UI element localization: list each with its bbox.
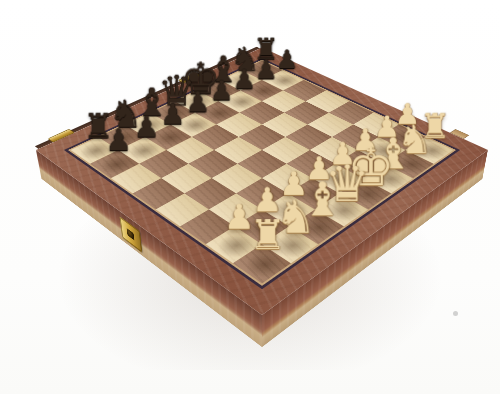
chess-set-photo: ♜♞♝♛♚♝♞♜♟♟♟♟♟♟♟♟♟♟♟♟♟♟♟♟♜♞♝♛♚♝♞♜	[0, 0, 500, 394]
white-rook-a1: ♜	[201, 203, 334, 267]
photo-artifact-dot	[453, 311, 458, 316]
black-pawn-a7: ♟	[63, 112, 175, 166]
clasp-keyhole	[127, 228, 135, 240]
square-a1: ♜	[233, 244, 291, 283]
